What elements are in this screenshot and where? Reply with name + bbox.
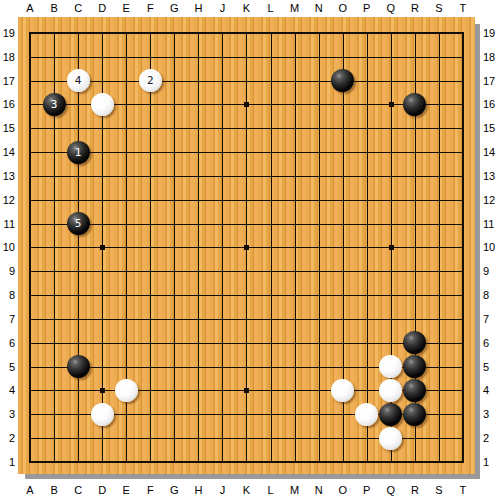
coord-label-left-10: 10	[0, 240, 15, 254]
stone-black-R16[interactable]	[403, 93, 426, 116]
stone-white-D3[interactable]	[91, 403, 114, 426]
coord-label-top-O: O	[333, 1, 353, 15]
stone-white-E4[interactable]	[115, 379, 138, 402]
coord-label-right-11: 11	[481, 217, 500, 231]
coord-label-right-12: 12	[481, 193, 500, 207]
grid-line-horizontal	[30, 319, 463, 320]
coord-label-right-16: 16	[481, 97, 500, 111]
grid-line-vertical	[150, 33, 151, 462]
stone-white-O4[interactable]	[331, 379, 354, 402]
stone-black-R6[interactable]	[403, 331, 426, 354]
grid-line-horizontal	[30, 81, 463, 82]
coord-label-left-8: 8	[0, 288, 15, 302]
coord-label-bottom-B: B	[44, 483, 64, 497]
coord-label-right-14: 14	[481, 145, 500, 159]
grid-line-vertical	[367, 33, 368, 462]
coord-label-bottom-O: O	[333, 483, 353, 497]
stone-white-D16[interactable]	[91, 93, 114, 116]
grid-line-horizontal	[30, 224, 463, 225]
coord-label-bottom-G: G	[164, 483, 184, 497]
coord-label-right-17: 17	[481, 74, 500, 88]
coord-label-right-7: 7	[481, 312, 500, 326]
coord-label-left-2: 2	[0, 431, 15, 445]
coord-label-bottom-Q: Q	[381, 483, 401, 497]
stone-black-C11[interactable]: 5	[67, 212, 90, 235]
coord-label-right-19: 19	[481, 26, 500, 40]
grid-line-horizontal	[30, 176, 463, 177]
coord-label-top-Q: Q	[381, 1, 401, 15]
coord-label-top-H: H	[188, 1, 208, 15]
stone-white-Q2[interactable]	[379, 427, 402, 450]
stone-white-Q4[interactable]	[379, 379, 402, 402]
coord-label-right-15: 15	[481, 121, 500, 135]
coord-label-left-7: 7	[0, 312, 15, 326]
coord-label-top-J: J	[212, 1, 232, 15]
coord-label-left-1: 1	[0, 455, 15, 469]
move-number-label: 4	[75, 75, 82, 86]
grid-line-vertical	[439, 33, 440, 462]
grid-line-horizontal	[30, 295, 463, 296]
coord-label-bottom-P: P	[357, 483, 377, 497]
coord-label-bottom-C: C	[68, 483, 88, 497]
grid-line-horizontal	[30, 271, 463, 272]
coord-label-top-C: C	[68, 1, 88, 15]
grid-line-horizontal	[30, 128, 463, 129]
coord-label-bottom-N: N	[309, 483, 329, 497]
stone-black-O17[interactable]	[331, 69, 354, 92]
coord-label-right-5: 5	[481, 360, 500, 374]
coord-label-top-T: T	[453, 1, 473, 15]
grid-line-vertical	[246, 33, 247, 462]
coord-label-top-E: E	[116, 1, 136, 15]
move-number-label: 5	[75, 218, 82, 229]
coord-label-bottom-T: T	[453, 483, 473, 497]
coord-label-left-6: 6	[0, 336, 15, 350]
grid-line-vertical	[78, 33, 79, 462]
coord-label-top-F: F	[140, 1, 160, 15]
stone-black-C14[interactable]: 1	[67, 141, 90, 164]
stone-white-Q5[interactable]	[379, 355, 402, 378]
grid-line-vertical	[174, 33, 175, 462]
coord-label-left-16: 16	[0, 97, 15, 111]
grid-line-vertical	[222, 33, 223, 462]
coord-label-left-14: 14	[0, 145, 15, 159]
grid-line-vertical	[198, 33, 199, 462]
coord-label-left-12: 12	[0, 193, 15, 207]
grid-line-vertical	[295, 33, 296, 462]
coord-label-right-3: 3	[481, 407, 500, 421]
stone-black-B16[interactable]: 3	[43, 93, 66, 116]
stone-black-C5[interactable]	[67, 355, 90, 378]
coord-label-left-4: 4	[0, 383, 15, 397]
move-number-label: 2	[147, 75, 154, 86]
coord-label-top-R: R	[405, 1, 425, 15]
coord-label-right-18: 18	[481, 50, 500, 64]
coord-label-top-G: G	[164, 1, 184, 15]
stone-white-F17[interactable]: 2	[139, 69, 162, 92]
coord-label-bottom-L: L	[261, 483, 281, 497]
star-point-Q16	[389, 102, 394, 107]
coord-label-left-15: 15	[0, 121, 15, 135]
grid-line-horizontal	[30, 57, 463, 58]
stone-white-P3[interactable]	[355, 403, 378, 426]
coord-label-top-P: P	[357, 1, 377, 15]
coord-label-bottom-S: S	[429, 483, 449, 497]
star-point-K4	[244, 388, 249, 393]
coord-label-top-N: N	[309, 1, 329, 15]
star-point-D10	[100, 245, 105, 250]
coord-label-bottom-J: J	[212, 483, 232, 497]
coord-label-top-M: M	[285, 1, 305, 15]
grid-line-vertical	[271, 33, 272, 462]
coord-label-left-3: 3	[0, 407, 15, 421]
coord-label-bottom-F: F	[140, 483, 160, 497]
star-point-K16	[244, 102, 249, 107]
coord-label-bottom-R: R	[405, 483, 425, 497]
coord-label-left-19: 19	[0, 26, 15, 40]
coord-label-right-8: 8	[481, 288, 500, 302]
coord-label-bottom-E: E	[116, 483, 136, 497]
grid-line-horizontal	[30, 247, 463, 248]
coord-label-left-13: 13	[0, 169, 15, 183]
stone-black-R3[interactable]	[403, 403, 426, 426]
coord-label-top-A: A	[20, 1, 40, 15]
coord-label-left-9: 9	[0, 264, 15, 278]
coord-label-bottom-M: M	[285, 483, 305, 497]
coord-label-bottom-K: K	[236, 483, 256, 497]
coord-label-right-2: 2	[481, 431, 500, 445]
coord-label-top-D: D	[92, 1, 112, 15]
coord-label-top-K: K	[236, 1, 256, 15]
stone-black-R5[interactable]	[403, 355, 426, 378]
coord-label-top-B: B	[44, 1, 64, 15]
coord-label-left-17: 17	[0, 74, 15, 88]
go-diagram: 31542 AABBCCDDEEFFGGHHJJKKLLMMNNOOPPQQRR…	[0, 0, 500, 500]
coord-label-left-5: 5	[0, 360, 15, 374]
grid-line-horizontal	[30, 200, 463, 201]
coord-label-right-4: 4	[481, 383, 500, 397]
stone-black-Q3[interactable]	[379, 403, 402, 426]
grid-line-horizontal	[30, 343, 463, 344]
coord-label-bottom-A: A	[20, 483, 40, 497]
star-point-D4	[100, 388, 105, 393]
coord-label-right-1: 1	[481, 455, 500, 469]
grid-line-horizontal	[30, 152, 463, 153]
move-number-label: 1	[75, 147, 82, 158]
coord-label-bottom-H: H	[188, 483, 208, 497]
coord-label-right-6: 6	[481, 336, 500, 350]
stone-white-C17[interactable]: 4	[67, 69, 90, 92]
coord-label-left-11: 11	[0, 217, 15, 231]
coord-label-top-L: L	[261, 1, 281, 15]
coord-label-bottom-D: D	[92, 483, 112, 497]
move-number-label: 3	[51, 99, 58, 110]
star-point-K10	[244, 245, 249, 250]
coord-label-right-9: 9	[481, 264, 500, 278]
stone-black-R4[interactable]	[403, 379, 426, 402]
coord-label-right-13: 13	[481, 169, 500, 183]
coord-label-top-S: S	[429, 1, 449, 15]
grid-line-vertical	[319, 33, 320, 462]
star-point-Q10	[389, 245, 394, 250]
coord-label-left-18: 18	[0, 50, 15, 64]
coord-label-right-10: 10	[481, 240, 500, 254]
goban-board[interactable]: 31542	[18, 17, 475, 474]
